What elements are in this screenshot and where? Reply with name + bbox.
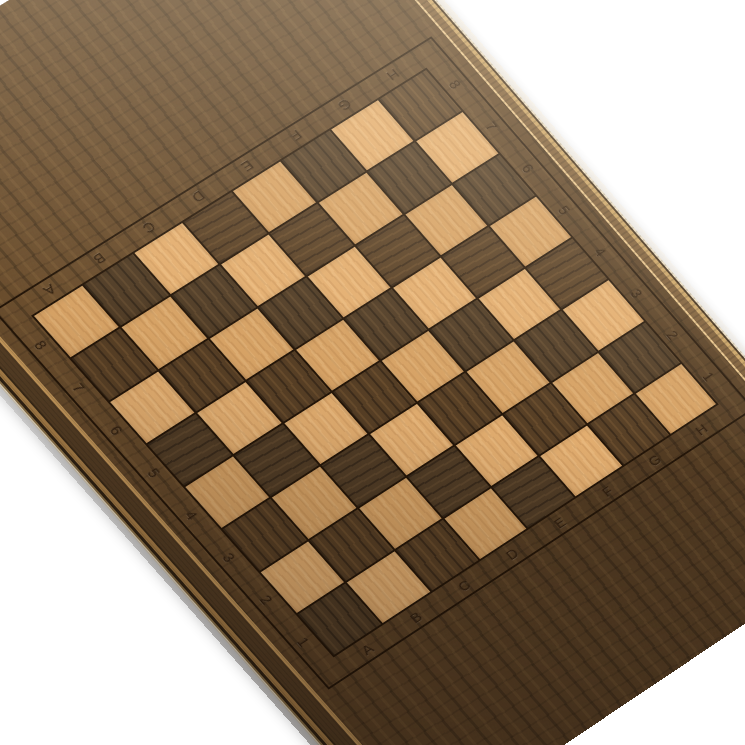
photo-stage: ABCDEFGH ABCDEFGH 87654321 87654321 [0,0,745,745]
